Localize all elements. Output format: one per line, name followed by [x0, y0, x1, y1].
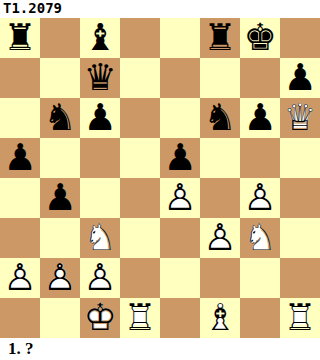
square-b7[interactable]: [40, 58, 80, 98]
square-h2[interactable]: [280, 258, 320, 298]
square-e8[interactable]: [160, 18, 200, 58]
chess-board: ♜♝♜♚♛♟♞♟♞♟♛♕♟♟♟♟♙♟♙♞♘♟♙♞♘♟♙♟♙♟♙♚♔♜♖♝♗♜♖: [0, 18, 320, 338]
square-a5[interactable]: ♟: [0, 138, 40, 178]
square-c2[interactable]: ♟♙: [80, 258, 120, 298]
square-e3[interactable]: [160, 218, 200, 258]
square-f5[interactable]: [200, 138, 240, 178]
square-g3[interactable]: ♞♘: [240, 218, 280, 258]
square-b6[interactable]: ♞: [40, 98, 80, 138]
square-c3[interactable]: ♞♘: [80, 218, 120, 258]
white-knight-icon: ♞♘: [80, 218, 120, 258]
square-g6[interactable]: ♟: [240, 98, 280, 138]
square-f4[interactable]: [200, 178, 240, 218]
black-pawn-icon: ♟: [0, 138, 40, 178]
square-a8[interactable]: ♜: [0, 18, 40, 58]
chess-puzzle-page: T1.2079 ♜♝♜♚♛♟♞♟♞♟♛♕♟♟♟♟♙♟♙♞♘♟♙♞♘♟♙♟♙♟♙♚…: [0, 0, 320, 360]
square-f2[interactable]: [200, 258, 240, 298]
square-b1[interactable]: [40, 298, 80, 338]
square-a7[interactable]: [0, 58, 40, 98]
square-c4[interactable]: [80, 178, 120, 218]
square-d7[interactable]: [120, 58, 160, 98]
black-pawn-icon: ♟: [160, 138, 200, 178]
square-e6[interactable]: [160, 98, 200, 138]
square-g5[interactable]: [240, 138, 280, 178]
square-d6[interactable]: [120, 98, 160, 138]
white-pawn-icon: ♟♙: [240, 178, 280, 218]
square-b4[interactable]: ♟: [40, 178, 80, 218]
square-b2[interactable]: ♟♙: [40, 258, 80, 298]
black-queen-icon: ♛: [80, 58, 120, 98]
square-f1[interactable]: ♝♗: [200, 298, 240, 338]
black-king-icon: ♚: [240, 18, 280, 58]
square-b5[interactable]: [40, 138, 80, 178]
black-pawn-icon: ♟: [240, 98, 280, 138]
white-queen-icon: ♛♕: [280, 98, 320, 138]
square-f7[interactable]: [200, 58, 240, 98]
black-knight-icon: ♞: [40, 98, 80, 138]
square-g7[interactable]: [240, 58, 280, 98]
black-bishop-icon: ♝: [80, 18, 120, 58]
black-pawn-icon: ♟: [280, 58, 320, 98]
square-d8[interactable]: [120, 18, 160, 58]
move-prompt: 1. ?: [0, 338, 320, 360]
square-f3[interactable]: ♟♙: [200, 218, 240, 258]
square-h8[interactable]: [280, 18, 320, 58]
square-e5[interactable]: ♟: [160, 138, 200, 178]
black-rook-icon: ♜: [0, 18, 40, 58]
square-a6[interactable]: [0, 98, 40, 138]
white-rook-icon: ♜♖: [120, 298, 160, 338]
black-pawn-icon: ♟: [40, 178, 80, 218]
white-king-icon: ♚♔: [80, 298, 120, 338]
square-e4[interactable]: ♟♙: [160, 178, 200, 218]
square-h5[interactable]: [280, 138, 320, 178]
square-g2[interactable]: [240, 258, 280, 298]
black-pawn-icon: ♟: [80, 98, 120, 138]
square-h4[interactable]: [280, 178, 320, 218]
white-pawn-icon: ♟♙: [40, 258, 80, 298]
square-b3[interactable]: [40, 218, 80, 258]
square-c8[interactable]: ♝: [80, 18, 120, 58]
square-b8[interactable]: [40, 18, 80, 58]
square-a3[interactable]: [0, 218, 40, 258]
square-h6[interactable]: ♛♕: [280, 98, 320, 138]
square-d3[interactable]: [120, 218, 160, 258]
white-pawn-icon: ♟♙: [200, 218, 240, 258]
square-h1[interactable]: ♜♖: [280, 298, 320, 338]
square-g4[interactable]: ♟♙: [240, 178, 280, 218]
white-pawn-icon: ♟♙: [80, 258, 120, 298]
white-pawn-icon: ♟♙: [160, 178, 200, 218]
square-h3[interactable]: [280, 218, 320, 258]
square-g1[interactable]: [240, 298, 280, 338]
square-c6[interactable]: ♟: [80, 98, 120, 138]
square-d1[interactable]: ♜♖: [120, 298, 160, 338]
square-e1[interactable]: [160, 298, 200, 338]
square-d5[interactable]: [120, 138, 160, 178]
square-c5[interactable]: [80, 138, 120, 178]
square-e2[interactable]: [160, 258, 200, 298]
square-f6[interactable]: ♞: [200, 98, 240, 138]
white-knight-icon: ♞♘: [240, 218, 280, 258]
square-h7[interactable]: ♟: [280, 58, 320, 98]
square-d2[interactable]: [120, 258, 160, 298]
square-g8[interactable]: ♚: [240, 18, 280, 58]
black-rook-icon: ♜: [200, 18, 240, 58]
square-d4[interactable]: [120, 178, 160, 218]
square-c7[interactable]: ♛: [80, 58, 120, 98]
square-a2[interactable]: ♟♙: [0, 258, 40, 298]
white-pawn-icon: ♟♙: [0, 258, 40, 298]
black-knight-icon: ♞: [200, 98, 240, 138]
square-e7[interactable]: [160, 58, 200, 98]
square-a4[interactable]: [0, 178, 40, 218]
square-f8[interactable]: ♜: [200, 18, 240, 58]
white-bishop-icon: ♝♗: [200, 298, 240, 338]
white-rook-icon: ♜♖: [280, 298, 320, 338]
square-a1[interactable]: [0, 298, 40, 338]
square-c1[interactable]: ♚♔: [80, 298, 120, 338]
